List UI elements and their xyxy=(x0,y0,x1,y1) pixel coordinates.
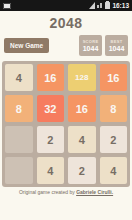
tile-4: 4 xyxy=(100,157,128,184)
empty-cell xyxy=(5,157,33,184)
tile-2: 2 xyxy=(100,126,128,153)
page-title: 2048 xyxy=(0,15,132,31)
tile-2: 2 xyxy=(37,126,65,153)
tile-16: 16 xyxy=(100,64,128,91)
best-value: 1044 xyxy=(109,45,125,52)
status-time: 16:13 xyxy=(112,2,129,9)
tile-4: 4 xyxy=(5,64,33,91)
tile-4: 4 xyxy=(68,126,96,153)
best-box: BEST 1044 xyxy=(105,35,128,56)
empty-cell xyxy=(5,126,33,153)
network-icon xyxy=(97,3,102,8)
score-label: SCORE xyxy=(83,39,99,44)
score-value: 1044 xyxy=(83,45,99,52)
controls-row: New Game SCORE 1044 BEST 1044 xyxy=(4,35,128,56)
attribution-text: Original game created by xyxy=(19,189,76,195)
tile-8: 8 xyxy=(5,95,33,122)
signal-icon xyxy=(89,2,95,9)
tile-8: 8 xyxy=(100,95,128,122)
attribution: Original game created by Gabriele Cirull… xyxy=(0,189,132,195)
score-box: SCORE 1044 xyxy=(79,35,102,56)
new-game-button[interactable]: New Game xyxy=(4,38,49,53)
app-screen: 16:13 2048 New Game SCORE 1044 BEST 1044… xyxy=(0,0,132,220)
tile-16: 16 xyxy=(37,64,65,91)
best-label: BEST xyxy=(111,39,123,44)
attribution-link[interactable]: Gabriele Cirulli. xyxy=(76,189,113,195)
tile-128: 128 xyxy=(68,64,96,91)
tile-2: 2 xyxy=(68,157,96,184)
status-bar: 16:13 xyxy=(0,0,132,11)
tile-32: 32 xyxy=(37,95,65,122)
board-grid[interactable]: 41612816832168242424 xyxy=(2,61,130,187)
battery-icon xyxy=(105,2,110,9)
notification-icon xyxy=(3,3,11,9)
tile-4: 4 xyxy=(37,157,65,184)
tile-16: 16 xyxy=(68,95,96,122)
